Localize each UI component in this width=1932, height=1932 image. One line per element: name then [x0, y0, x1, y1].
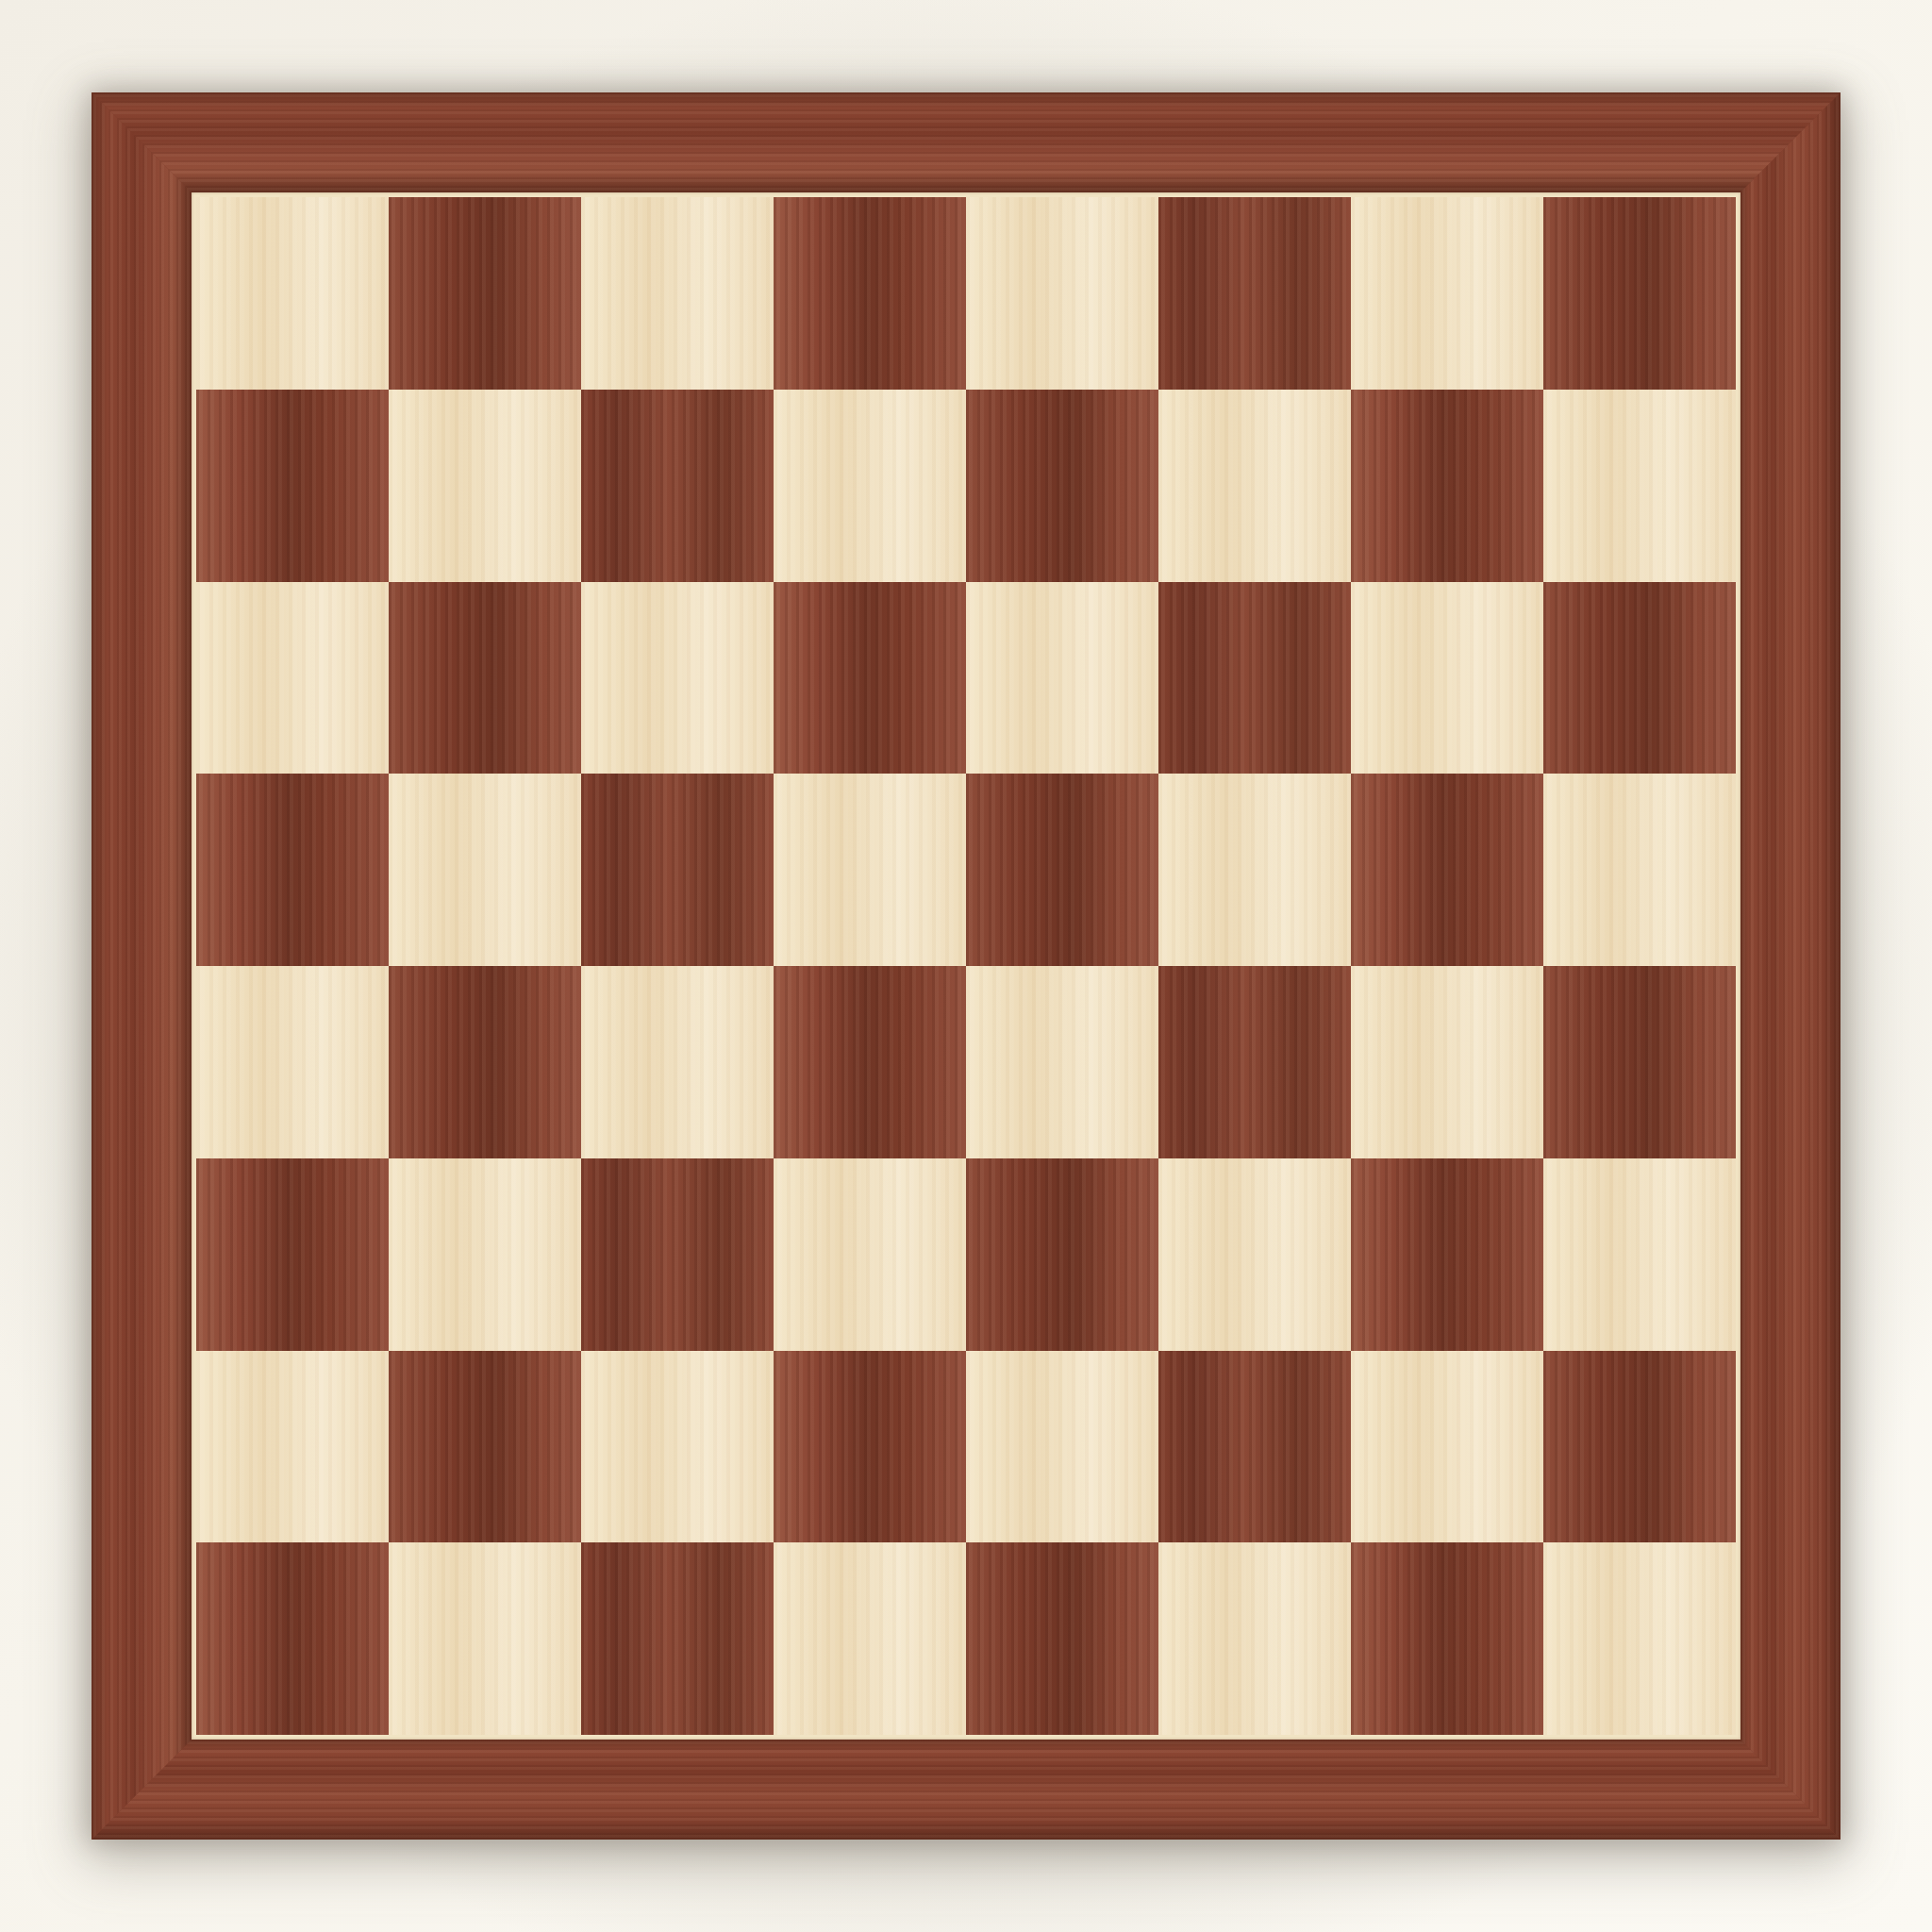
square-f8 — [1158, 197, 1351, 390]
square-a5 — [196, 774, 389, 966]
square-e6 — [966, 582, 1158, 774]
square-d2 — [774, 1351, 966, 1543]
square-g3 — [1351, 1158, 1543, 1351]
square-f3 — [1158, 1158, 1351, 1351]
square-a7 — [196, 390, 389, 582]
square-e5 — [966, 774, 1158, 966]
square-g5 — [1351, 774, 1543, 966]
square-e8 — [966, 197, 1158, 390]
square-b7 — [389, 390, 581, 582]
square-c5 — [581, 774, 774, 966]
square-f2 — [1158, 1351, 1351, 1543]
square-d6 — [774, 582, 966, 774]
square-c7 — [581, 390, 774, 582]
square-e2 — [966, 1351, 1158, 1543]
square-e7 — [966, 390, 1158, 582]
square-f4 — [1158, 966, 1351, 1158]
board-frame-right — [1740, 92, 1840, 1840]
square-a3 — [196, 1158, 389, 1351]
square-a8 — [196, 197, 389, 390]
square-c8 — [581, 197, 774, 390]
board-frame-bottom — [92, 1740, 1840, 1840]
square-b3 — [389, 1158, 581, 1351]
chessboard — [92, 92, 1840, 1840]
square-e4 — [966, 966, 1158, 1158]
square-a2 — [196, 1351, 389, 1543]
square-f1 — [1158, 1542, 1351, 1735]
square-g8 — [1351, 197, 1543, 390]
square-a4 — [196, 966, 389, 1158]
square-d3 — [774, 1158, 966, 1351]
chess-field — [196, 197, 1736, 1735]
board-frame-top — [92, 92, 1840, 192]
square-b8 — [389, 197, 581, 390]
square-h6 — [1543, 582, 1736, 774]
square-h8 — [1543, 197, 1736, 390]
square-a6 — [196, 582, 389, 774]
square-e1 — [966, 1542, 1158, 1735]
square-g4 — [1351, 966, 1543, 1158]
square-g1 — [1351, 1542, 1543, 1735]
square-b2 — [389, 1351, 581, 1543]
square-c3 — [581, 1158, 774, 1351]
square-b6 — [389, 582, 581, 774]
square-c1 — [581, 1542, 774, 1735]
square-f5 — [1158, 774, 1351, 966]
square-g7 — [1351, 390, 1543, 582]
square-h2 — [1543, 1351, 1736, 1543]
square-h1 — [1543, 1542, 1736, 1735]
square-h7 — [1543, 390, 1736, 582]
square-h5 — [1543, 774, 1736, 966]
square-h4 — [1543, 966, 1736, 1158]
square-h3 — [1543, 1158, 1736, 1351]
square-b4 — [389, 966, 581, 1158]
square-g2 — [1351, 1351, 1543, 1543]
square-d7 — [774, 390, 966, 582]
square-a1 — [196, 1542, 389, 1735]
square-c4 — [581, 966, 774, 1158]
square-g6 — [1351, 582, 1543, 774]
square-b1 — [389, 1542, 581, 1735]
square-d5 — [774, 774, 966, 966]
square-f7 — [1158, 390, 1351, 582]
square-f6 — [1158, 582, 1351, 774]
product-photo — [0, 0, 1932, 1932]
square-d1 — [774, 1542, 966, 1735]
square-c6 — [581, 582, 774, 774]
square-d4 — [774, 966, 966, 1158]
square-d8 — [774, 197, 966, 390]
board-frame-left — [92, 92, 192, 1840]
square-c2 — [581, 1351, 774, 1543]
square-e3 — [966, 1158, 1158, 1351]
square-b5 — [389, 774, 581, 966]
